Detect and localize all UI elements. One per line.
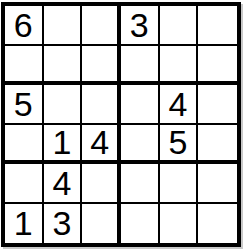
cell-r6c2[interactable]: 3 xyxy=(44,204,83,244)
given-digit: 4 xyxy=(169,87,188,121)
cell-r2c1[interactable] xyxy=(5,46,44,86)
given-digit: 5 xyxy=(14,87,33,121)
cell-r2c2[interactable] xyxy=(44,46,83,86)
given-digit: 3 xyxy=(53,206,72,240)
cell-r1c1[interactable]: 6 xyxy=(5,6,44,46)
given-digit: 4 xyxy=(90,125,109,159)
cell-r2c4[interactable] xyxy=(121,46,160,86)
cell-r1c5[interactable] xyxy=(160,6,199,46)
given-digit: 1 xyxy=(53,125,72,159)
cell-r1c3[interactable] xyxy=(82,6,121,46)
given-digit: 1 xyxy=(14,206,33,240)
cell-r1c2[interactable] xyxy=(44,6,83,46)
cell-r5c2[interactable]: 4 xyxy=(44,164,83,204)
cell-r2c3[interactable] xyxy=(82,46,121,86)
cell-r6c6[interactable] xyxy=(198,204,237,244)
cell-r1c4[interactable]: 3 xyxy=(121,6,160,46)
cell-r4c6[interactable] xyxy=(198,125,237,165)
cell-r4c1[interactable] xyxy=(5,125,44,165)
cell-r3c5[interactable]: 4 xyxy=(160,85,199,125)
cell-r3c1[interactable]: 5 xyxy=(5,85,44,125)
cell-r5c3[interactable] xyxy=(82,164,121,204)
cell-r5c1[interactable] xyxy=(5,164,44,204)
cell-r5c5[interactable] xyxy=(160,164,199,204)
cell-r2c5[interactable] xyxy=(160,46,199,86)
cell-r5c4[interactable] xyxy=(121,164,160,204)
cell-r4c5[interactable]: 5 xyxy=(160,125,199,165)
cell-r6c5[interactable] xyxy=(160,204,199,244)
given-digit: 5 xyxy=(169,125,188,159)
cell-r4c3[interactable]: 4 xyxy=(82,125,121,165)
sudoku-board: 6354145413 xyxy=(1,2,241,247)
cell-r5c6[interactable] xyxy=(198,164,237,204)
cell-r1c6[interactable] xyxy=(198,6,237,46)
cell-r4c2[interactable]: 1 xyxy=(44,125,83,165)
cell-r3c4[interactable] xyxy=(121,85,160,125)
given-digit: 3 xyxy=(130,8,149,42)
cell-r6c4[interactable] xyxy=(121,204,160,244)
cell-r6c1[interactable]: 1 xyxy=(5,204,44,244)
cell-r3c6[interactable] xyxy=(198,85,237,125)
cell-r2c6[interactable] xyxy=(198,46,237,86)
given-digit: 6 xyxy=(14,8,33,42)
given-digit: 4 xyxy=(53,166,72,200)
cell-r6c3[interactable] xyxy=(82,204,121,244)
cell-r3c3[interactable] xyxy=(82,85,121,125)
cell-r3c2[interactable] xyxy=(44,85,83,125)
cell-r4c4[interactable] xyxy=(121,125,160,165)
